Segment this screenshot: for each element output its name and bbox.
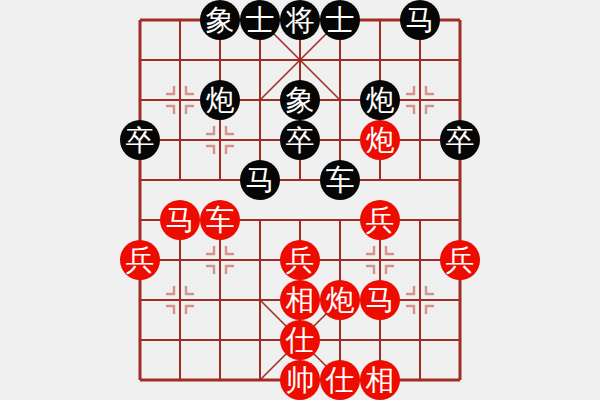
black-chariot[interactable]: 车 <box>320 160 360 200</box>
red-advisor[interactable]: 仕 <box>280 320 320 360</box>
black-soldier[interactable]: 卒 <box>120 120 160 160</box>
black-general[interactable]: 将 <box>280 0 320 40</box>
red-cannon[interactable]: 炮 <box>360 120 400 160</box>
red-cannon[interactable]: 炮 <box>320 280 360 320</box>
black-cannon[interactable]: 炮 <box>200 80 240 120</box>
red-general[interactable]: 帅 <box>280 360 320 400</box>
red-soldier[interactable]: 兵 <box>440 240 480 280</box>
red-soldier[interactable]: 兵 <box>280 240 320 280</box>
red-horse[interactable]: 马 <box>160 200 200 240</box>
black-elephant[interactable]: 象 <box>280 80 320 120</box>
black-horse[interactable]: 马 <box>400 0 440 40</box>
red-advisor[interactable]: 仕 <box>320 360 360 400</box>
black-advisor[interactable]: 士 <box>320 0 360 40</box>
black-soldier[interactable]: 卒 <box>280 120 320 160</box>
black-advisor[interactable]: 士 <box>240 0 280 40</box>
red-horse[interactable]: 马 <box>360 280 400 320</box>
red-soldier[interactable]: 兵 <box>120 240 160 280</box>
red-elephant[interactable]: 相 <box>280 280 320 320</box>
black-horse[interactable]: 马 <box>240 160 280 200</box>
red-elephant[interactable]: 相 <box>360 360 400 400</box>
black-elephant[interactable]: 象 <box>200 0 240 40</box>
red-chariot[interactable]: 车 <box>200 200 240 240</box>
black-soldier[interactable]: 卒 <box>440 120 480 160</box>
black-cannon[interactable]: 炮 <box>360 80 400 120</box>
red-soldier[interactable]: 兵 <box>360 200 400 240</box>
xiangqi-board: 象士将士马炮象炮卒卒炮卒马车马车兵兵兵兵相炮马仕帅仕相 <box>0 0 600 400</box>
pieces-layer: 象士将士马炮象炮卒卒炮卒马车马车兵兵兵兵相炮马仕帅仕相 <box>120 0 480 400</box>
